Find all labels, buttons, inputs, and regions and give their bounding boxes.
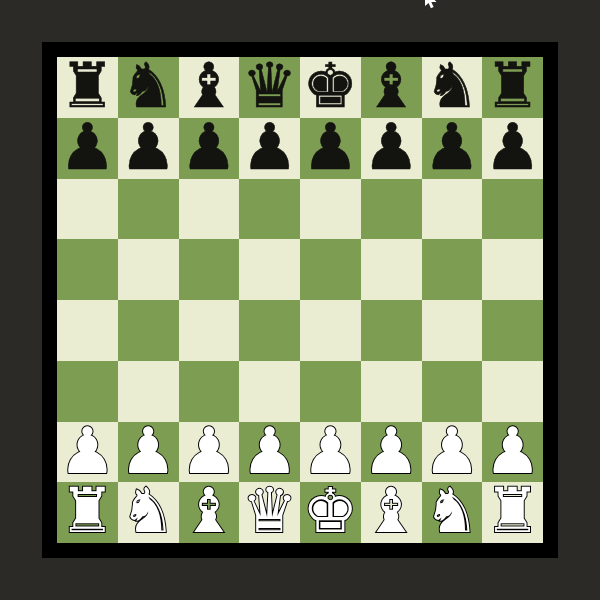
square-a6[interactable] — [57, 179, 118, 240]
piece-black-pawn[interactable]: ♟ — [362, 117, 419, 178]
chess-board: ♜♞♝♛♚♝♞♜♟♟♟♟♟♟♟♟♟♟♟♟♟♟♟♟♜♞♝♛♚♝♞♜ — [42, 42, 558, 558]
square-d4[interactable] — [239, 300, 300, 361]
piece-black-pawn[interactable]: ♟ — [484, 117, 541, 178]
board-grid: ♜♞♝♛♚♝♞♜♟♟♟♟♟♟♟♟♟♟♟♟♟♟♟♟♜♞♝♛♚♝♞♜ — [57, 57, 543, 543]
square-h6[interactable] — [482, 179, 543, 240]
square-a5[interactable] — [57, 239, 118, 300]
piece-white-rook[interactable]: ♜ — [485, 481, 541, 542]
piece-black-king[interactable]: ♚ — [303, 56, 359, 117]
piece-black-rook[interactable]: ♜ — [60, 56, 116, 117]
piece-white-pawn[interactable]: ♟ — [119, 421, 176, 482]
piece-white-pawn[interactable]: ♟ — [241, 421, 298, 482]
square-c5[interactable] — [179, 239, 240, 300]
piece-black-pawn[interactable]: ♟ — [241, 117, 298, 178]
square-h8[interactable]: ♜ — [482, 57, 543, 118]
piece-black-pawn[interactable]: ♟ — [302, 117, 359, 178]
square-a8[interactable]: ♜ — [57, 57, 118, 118]
piece-black-knight[interactable]: ♞ — [424, 56, 480, 117]
square-c1[interactable]: ♝ — [179, 482, 240, 543]
mouse-cursor-icon — [425, 0, 438, 10]
piece-white-bishop[interactable]: ♝ — [363, 481, 419, 542]
square-c3[interactable] — [179, 361, 240, 422]
square-b2[interactable]: ♟ — [118, 422, 179, 483]
square-d8[interactable]: ♛ — [239, 57, 300, 118]
square-c2[interactable]: ♟ — [179, 422, 240, 483]
piece-black-bishop[interactable]: ♝ — [363, 56, 419, 117]
piece-white-pawn[interactable]: ♟ — [423, 421, 480, 482]
square-h3[interactable] — [482, 361, 543, 422]
square-e2[interactable]: ♟ — [300, 422, 361, 483]
square-g5[interactable] — [422, 239, 483, 300]
square-c8[interactable]: ♝ — [179, 57, 240, 118]
square-e1[interactable]: ♚ — [300, 482, 361, 543]
square-c7[interactable]: ♟ — [179, 118, 240, 179]
desktop-background: ♜♞♝♛♚♝♞♜♟♟♟♟♟♟♟♟♟♟♟♟♟♟♟♟♜♞♝♛♚♝♞♜ — [0, 0, 600, 600]
square-f2[interactable]: ♟ — [361, 422, 422, 483]
square-h2[interactable]: ♟ — [482, 422, 543, 483]
piece-white-knight[interactable]: ♞ — [120, 481, 176, 542]
square-d5[interactable] — [239, 239, 300, 300]
piece-white-rook[interactable]: ♜ — [60, 481, 116, 542]
square-f6[interactable] — [361, 179, 422, 240]
square-b4[interactable] — [118, 300, 179, 361]
square-e7[interactable]: ♟ — [300, 118, 361, 179]
square-d2[interactable]: ♟ — [239, 422, 300, 483]
piece-white-bishop[interactable]: ♝ — [181, 481, 237, 542]
piece-white-king[interactable]: ♚ — [303, 481, 359, 542]
square-h5[interactable] — [482, 239, 543, 300]
square-c6[interactable] — [179, 179, 240, 240]
square-f1[interactable]: ♝ — [361, 482, 422, 543]
square-e3[interactable] — [300, 361, 361, 422]
piece-black-knight[interactable]: ♞ — [120, 56, 176, 117]
piece-black-pawn[interactable]: ♟ — [180, 117, 237, 178]
piece-white-pawn[interactable]: ♟ — [59, 421, 116, 482]
square-c4[interactable] — [179, 300, 240, 361]
square-g8[interactable]: ♞ — [422, 57, 483, 118]
square-f5[interactable] — [361, 239, 422, 300]
square-e4[interactable] — [300, 300, 361, 361]
square-b7[interactable]: ♟ — [118, 118, 179, 179]
square-d7[interactable]: ♟ — [239, 118, 300, 179]
square-g7[interactable]: ♟ — [422, 118, 483, 179]
square-h4[interactable] — [482, 300, 543, 361]
square-f7[interactable]: ♟ — [361, 118, 422, 179]
square-a1[interactable]: ♜ — [57, 482, 118, 543]
square-g1[interactable]: ♞ — [422, 482, 483, 543]
square-h7[interactable]: ♟ — [482, 118, 543, 179]
square-g2[interactable]: ♟ — [422, 422, 483, 483]
piece-black-queen[interactable]: ♛ — [242, 56, 298, 117]
square-a4[interactable] — [57, 300, 118, 361]
piece-black-pawn[interactable]: ♟ — [119, 117, 176, 178]
square-b5[interactable] — [118, 239, 179, 300]
piece-white-pawn[interactable]: ♟ — [302, 421, 359, 482]
piece-black-pawn[interactable]: ♟ — [423, 117, 480, 178]
square-h1[interactable]: ♜ — [482, 482, 543, 543]
square-f8[interactable]: ♝ — [361, 57, 422, 118]
piece-black-pawn[interactable]: ♟ — [59, 117, 116, 178]
square-e5[interactable] — [300, 239, 361, 300]
square-g4[interactable] — [422, 300, 483, 361]
square-e8[interactable]: ♚ — [300, 57, 361, 118]
square-b8[interactable]: ♞ — [118, 57, 179, 118]
square-b3[interactable] — [118, 361, 179, 422]
square-d1[interactable]: ♛ — [239, 482, 300, 543]
piece-black-rook[interactable]: ♜ — [485, 56, 541, 117]
square-g3[interactable] — [422, 361, 483, 422]
square-e6[interactable] — [300, 179, 361, 240]
piece-white-pawn[interactable]: ♟ — [180, 421, 237, 482]
square-f4[interactable] — [361, 300, 422, 361]
piece-white-pawn[interactable]: ♟ — [362, 421, 419, 482]
square-a2[interactable]: ♟ — [57, 422, 118, 483]
square-b1[interactable]: ♞ — [118, 482, 179, 543]
square-a3[interactable] — [57, 361, 118, 422]
piece-white-pawn[interactable]: ♟ — [484, 421, 541, 482]
square-b6[interactable] — [118, 179, 179, 240]
square-d6[interactable] — [239, 179, 300, 240]
square-g6[interactable] — [422, 179, 483, 240]
piece-white-queen[interactable]: ♛ — [242, 481, 298, 542]
square-d3[interactable] — [239, 361, 300, 422]
square-f3[interactable] — [361, 361, 422, 422]
square-a7[interactable]: ♟ — [57, 118, 118, 179]
piece-white-knight[interactable]: ♞ — [424, 481, 480, 542]
piece-black-bishop[interactable]: ♝ — [181, 56, 237, 117]
